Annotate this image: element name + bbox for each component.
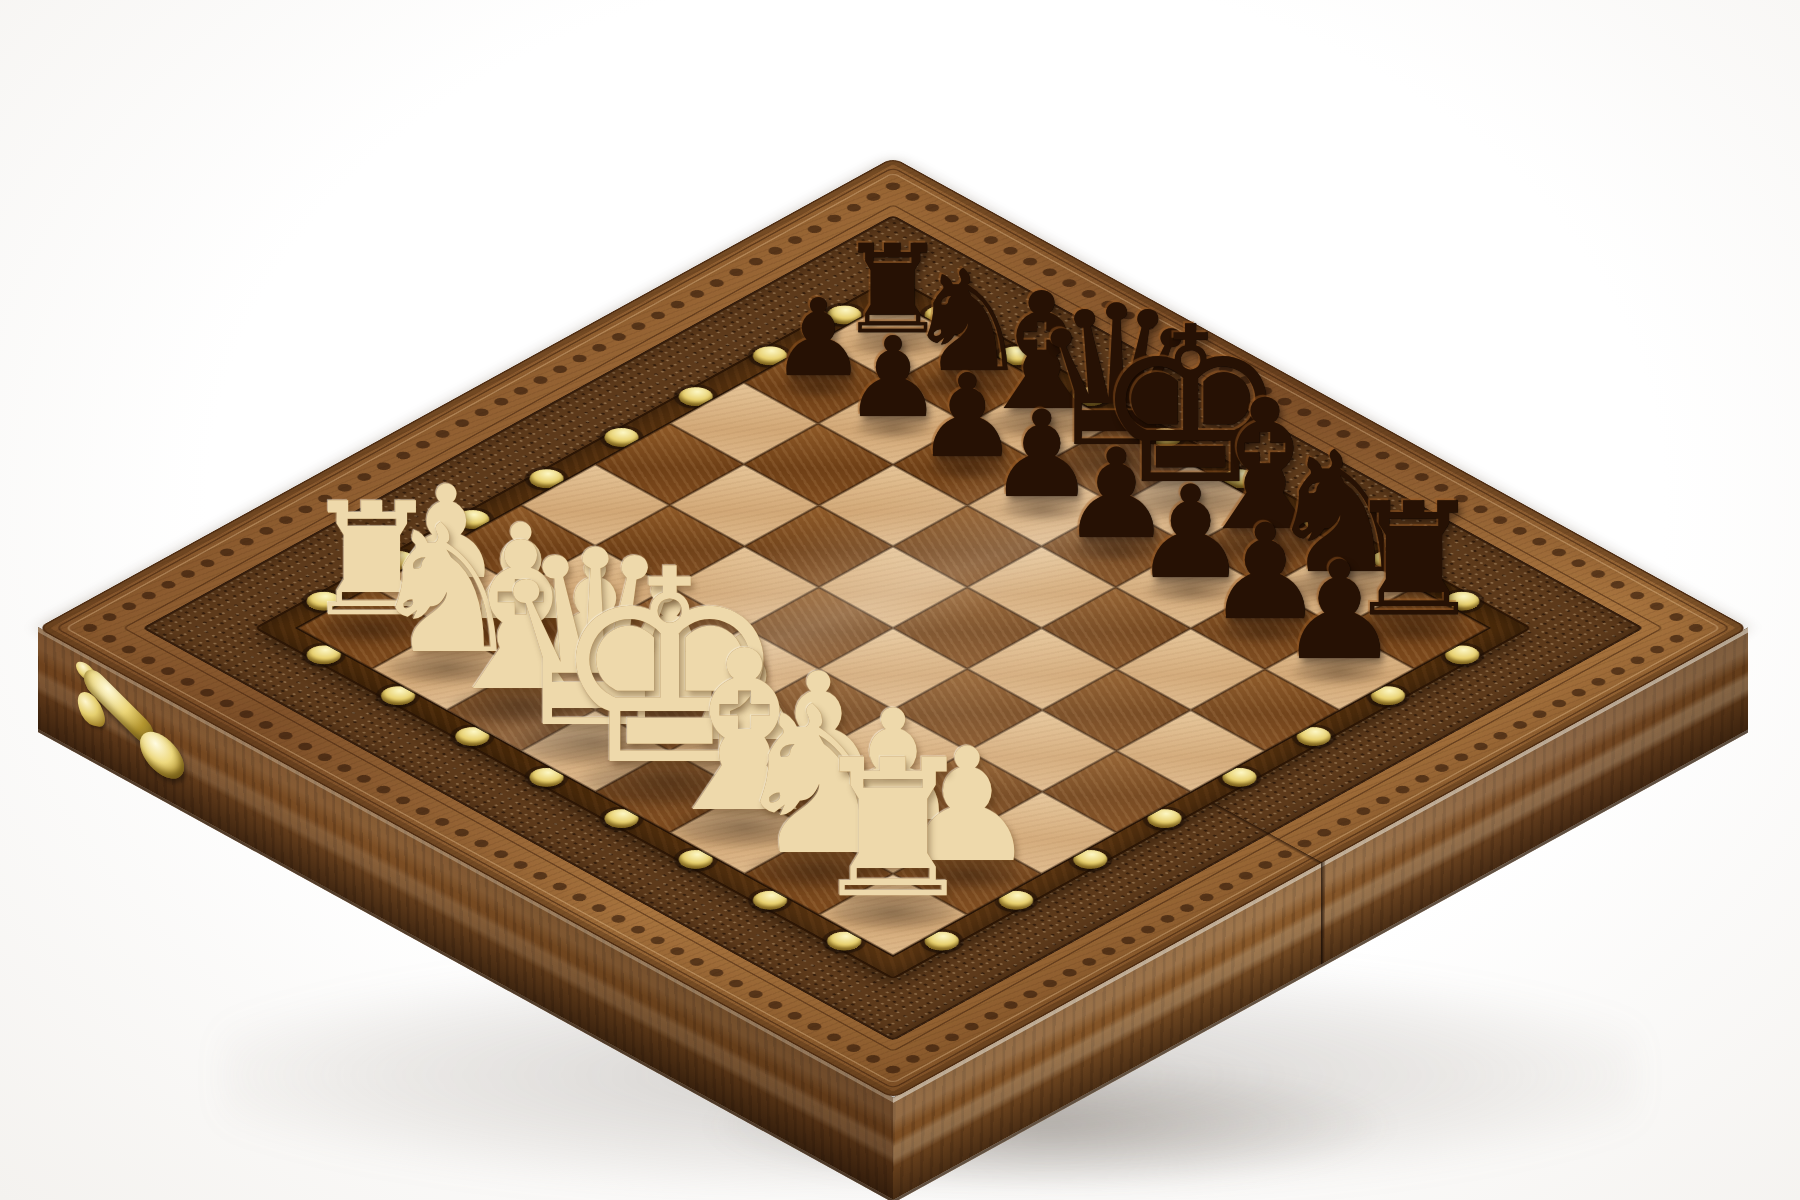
clasp-disc bbox=[140, 723, 184, 787]
chess-set-photo: ♜♞♝♛♚♝♞♜♟♟♟♟♟♟♟♟♟♟♟♟♟♟♟♟♜♞♝♛♚♝♞♜ bbox=[0, 0, 1800, 1200]
fold-seam bbox=[1321, 861, 1325, 965]
box-top-face bbox=[37, 157, 1748, 1098]
